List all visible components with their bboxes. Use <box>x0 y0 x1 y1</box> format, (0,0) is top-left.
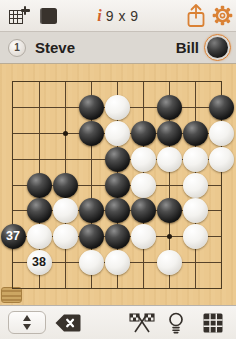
board-size-label: 9 x 9 <box>106 8 139 24</box>
move-stepper[interactable] <box>8 311 46 334</box>
stone-white <box>105 95 130 120</box>
hint-button[interactable] <box>167 311 185 335</box>
stone-black <box>79 121 104 146</box>
stone-white <box>105 250 130 275</box>
stone-black: 37 <box>1 224 26 249</box>
new-board-plus-icon <box>9 6 30 25</box>
board-grip-handle[interactable] <box>1 287 22 303</box>
plus-icon <box>24 6 27 15</box>
game-number-badge[interactable]: 1 <box>8 39 26 57</box>
bottom-toolbar <box>0 305 236 339</box>
step-down-icon <box>23 324 31 330</box>
stone-black <box>157 121 182 146</box>
stone-black <box>79 198 104 223</box>
book-icon <box>40 8 57 24</box>
stone-black <box>157 198 182 223</box>
turn-indicator-stone <box>207 37 228 58</box>
games-book-button[interactable] <box>37 0 59 31</box>
stone-black <box>157 95 182 120</box>
star-point <box>167 234 172 239</box>
stone-black <box>183 121 208 146</box>
stone-black <box>209 95 234 120</box>
stone-white <box>157 147 182 172</box>
stone-white <box>131 224 156 249</box>
stone-white <box>27 224 52 249</box>
stone-black <box>105 198 130 223</box>
step-up-icon <box>23 315 31 321</box>
stone-black <box>131 198 156 223</box>
stone-black <box>27 173 52 198</box>
stone-white <box>105 121 130 146</box>
grid-icon <box>202 312 224 334</box>
stone-white <box>53 198 78 223</box>
go-board[interactable]: 3738 <box>0 64 236 305</box>
share-icon <box>184 3 208 29</box>
new-game-button[interactable] <box>7 0 31 31</box>
player-bar: 1 Steve Bill <box>0 32 236 64</box>
checkered-flags-icon <box>129 311 155 335</box>
stone-black <box>131 121 156 146</box>
turn-indicator-ring <box>204 34 231 61</box>
move-number-label: 37 <box>6 230 20 243</box>
stone-white <box>157 250 182 275</box>
board-grid-button[interactable] <box>202 312 224 334</box>
star-point <box>63 131 68 136</box>
stone-black <box>53 173 78 198</box>
mini-board-icon <box>9 10 23 24</box>
stone-white <box>183 198 208 223</box>
lightbulb-icon <box>167 311 185 335</box>
stone-white <box>209 147 234 172</box>
player-name-right: Bill <box>176 39 199 56</box>
settings-button[interactable] <box>209 0 235 31</box>
stone-black <box>79 224 104 249</box>
stone-white <box>131 173 156 198</box>
stone-white <box>53 224 78 249</box>
stone-white <box>131 147 156 172</box>
stone-white: 38 <box>27 250 52 275</box>
player-name-left: Steve <box>35 39 75 56</box>
move-number-label: 38 <box>32 256 46 269</box>
score-button[interactable] <box>129 311 155 335</box>
stone-white <box>79 250 104 275</box>
stone-black <box>105 173 130 198</box>
stone-white <box>183 224 208 249</box>
stone-white <box>183 147 208 172</box>
undo-button[interactable] <box>54 313 82 333</box>
info-icon: i <box>97 7 101 25</box>
stone-white <box>209 121 234 146</box>
top-toolbar: i 9 x 9 <box>0 0 236 32</box>
stone-black <box>27 198 52 223</box>
stone-white <box>183 173 208 198</box>
stone-black <box>105 224 130 249</box>
share-button[interactable] <box>183 0 209 31</box>
stone-black <box>79 95 104 120</box>
stone-black <box>105 147 130 172</box>
gear-icon <box>211 4 234 27</box>
backspace-icon <box>54 313 82 333</box>
